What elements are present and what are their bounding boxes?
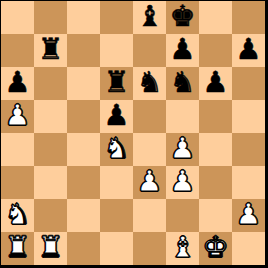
piece-white-bishop[interactable]: ♝ (170, 232, 196, 264)
square-f4[interactable]: ♟ (166, 133, 199, 166)
piece-black-pawn[interactable]: ♟ (5, 67, 31, 99)
square-e3[interactable]: ♟ (133, 166, 166, 199)
piece-black-knight[interactable]: ♞ (137, 67, 163, 99)
square-e5[interactable] (133, 100, 166, 133)
piece-white-rook[interactable]: ♜ (38, 232, 64, 264)
piece-black-bishop[interactable]: ♝ (137, 1, 163, 33)
square-e6[interactable]: ♞ (133, 67, 166, 100)
square-b8[interactable] (34, 1, 67, 34)
piece-black-pawn[interactable]: ♟ (104, 100, 130, 132)
square-a1[interactable]: ♜ (1, 232, 34, 265)
square-d1[interactable] (100, 232, 133, 265)
square-a7[interactable] (1, 34, 34, 67)
square-b2[interactable] (34, 199, 67, 232)
piece-black-pawn[interactable]: ♟ (236, 34, 262, 66)
square-g1[interactable]: ♚ (199, 232, 232, 265)
square-h1[interactable] (232, 232, 265, 265)
square-g7[interactable] (199, 34, 232, 67)
square-h2[interactable]: ♟ (232, 199, 265, 232)
piece-white-pawn[interactable]: ♟ (5, 100, 31, 132)
square-c8[interactable] (67, 1, 100, 34)
square-e7[interactable] (133, 34, 166, 67)
piece-black-rook[interactable]: ♜ (38, 34, 64, 66)
square-f1[interactable]: ♝ (166, 232, 199, 265)
square-g8[interactable] (199, 1, 232, 34)
square-e1[interactable] (133, 232, 166, 265)
chess-board-frame: ♝♚♜♟♟♟♜♞♞♟♟♟♞♟♟♟♞♟♜♜♝♚ (0, 0, 268, 268)
square-h8[interactable] (232, 1, 265, 34)
square-h4[interactable] (232, 133, 265, 166)
square-e8[interactable]: ♝ (133, 1, 166, 34)
piece-black-king[interactable]: ♚ (170, 1, 196, 33)
piece-white-pawn[interactable]: ♟ (170, 133, 196, 165)
square-d3[interactable] (100, 166, 133, 199)
square-g2[interactable] (199, 199, 232, 232)
piece-black-pawn[interactable]: ♟ (170, 34, 196, 66)
square-f8[interactable]: ♚ (166, 1, 199, 34)
square-b7[interactable]: ♜ (34, 34, 67, 67)
square-d7[interactable] (100, 34, 133, 67)
square-b1[interactable]: ♜ (34, 232, 67, 265)
square-d6[interactable]: ♜ (100, 67, 133, 100)
piece-black-rook[interactable]: ♜ (104, 67, 130, 99)
square-f2[interactable] (166, 199, 199, 232)
piece-white-knight[interactable]: ♞ (104, 133, 130, 165)
square-h3[interactable] (232, 166, 265, 199)
piece-white-rook[interactable]: ♜ (5, 232, 31, 264)
square-h6[interactable] (232, 67, 265, 100)
square-f3[interactable]: ♟ (166, 166, 199, 199)
square-d2[interactable] (100, 199, 133, 232)
piece-white-pawn[interactable]: ♟ (137, 166, 163, 198)
square-b6[interactable] (34, 67, 67, 100)
square-a6[interactable]: ♟ (1, 67, 34, 100)
square-d5[interactable]: ♟ (100, 100, 133, 133)
square-f7[interactable]: ♟ (166, 34, 199, 67)
square-f5[interactable] (166, 100, 199, 133)
square-a8[interactable] (1, 1, 34, 34)
square-b5[interactable] (34, 100, 67, 133)
square-c3[interactable] (67, 166, 100, 199)
piece-black-knight[interactable]: ♞ (170, 67, 196, 99)
square-g6[interactable]: ♟ (199, 67, 232, 100)
piece-black-pawn[interactable]: ♟ (203, 67, 229, 99)
square-e2[interactable] (133, 199, 166, 232)
square-c5[interactable] (67, 100, 100, 133)
square-f6[interactable]: ♞ (166, 67, 199, 100)
piece-white-pawn[interactable]: ♟ (236, 199, 262, 231)
square-h7[interactable]: ♟ (232, 34, 265, 67)
piece-white-knight[interactable]: ♞ (5, 199, 31, 231)
square-h5[interactable] (232, 100, 265, 133)
square-g3[interactable] (199, 166, 232, 199)
square-c1[interactable] (67, 232, 100, 265)
chess-board: ♝♚♜♟♟♟♜♞♞♟♟♟♞♟♟♟♞♟♜♜♝♚ (1, 1, 265, 265)
square-a4[interactable] (1, 133, 34, 166)
square-c4[interactable] (67, 133, 100, 166)
piece-white-pawn[interactable]: ♟ (170, 166, 196, 198)
square-a5[interactable]: ♟ (1, 100, 34, 133)
square-c2[interactable] (67, 199, 100, 232)
square-d8[interactable] (100, 1, 133, 34)
square-a3[interactable] (1, 166, 34, 199)
square-b3[interactable] (34, 166, 67, 199)
square-g5[interactable] (199, 100, 232, 133)
square-c6[interactable] (67, 67, 100, 100)
piece-white-king[interactable]: ♚ (203, 232, 229, 264)
square-c7[interactable] (67, 34, 100, 67)
square-g4[interactable] (199, 133, 232, 166)
square-d4[interactable]: ♞ (100, 133, 133, 166)
square-e4[interactable] (133, 133, 166, 166)
square-b4[interactable] (34, 133, 67, 166)
square-a2[interactable]: ♞ (1, 199, 34, 232)
